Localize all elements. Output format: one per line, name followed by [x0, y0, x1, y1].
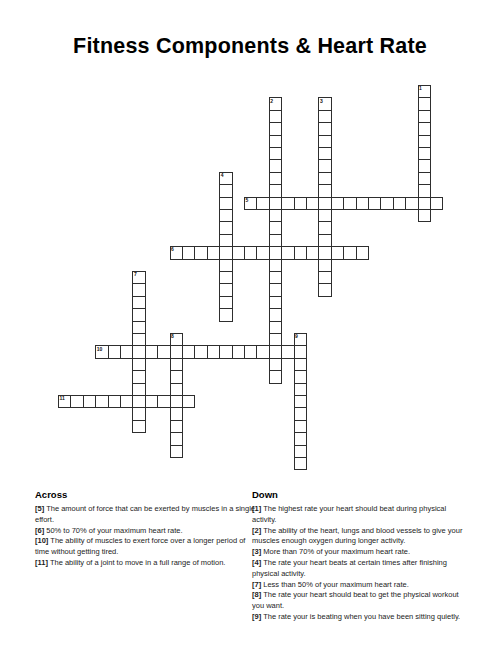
crossword-cell[interactable]: [269, 234, 282, 247]
crossword-cell[interactable]: [418, 85, 431, 98]
crossword-cell[interactable]: [194, 246, 207, 259]
crossword-cell[interactable]: [269, 122, 282, 135]
crossword-cell[interactable]: [294, 445, 307, 458]
crossword-cell[interactable]: [294, 370, 307, 383]
crossword-cell[interactable]: [318, 221, 331, 234]
crossword-cell[interactable]: [306, 197, 319, 210]
crossword-cell[interactable]: [418, 184, 431, 197]
crossword-cell[interactable]: [132, 345, 145, 358]
crossword-cell[interactable]: [244, 246, 257, 259]
crossword-cell[interactable]: [306, 246, 319, 259]
crossword-cell[interactable]: [170, 345, 183, 358]
crossword-cell[interactable]: [132, 407, 145, 420]
crossword-cell[interactable]: [294, 383, 307, 396]
crossword-cell[interactable]: [120, 345, 133, 358]
down-clues-section: Down [1] The highest rate your heart sho…: [252, 489, 470, 623]
crossword-cell[interactable]: [170, 333, 183, 346]
crossword-cell[interactable]: [318, 159, 331, 172]
crossword-cell[interactable]: [269, 221, 282, 234]
crossword-cell[interactable]: [132, 370, 145, 383]
clue-text: The rate your heart beats at certain tim…: [252, 558, 447, 578]
crossword-cell[interactable]: [269, 147, 282, 160]
crossword-cell[interactable]: [269, 333, 282, 346]
crossword-cell[interactable]: [318, 147, 331, 160]
crossword-cell[interactable]: [418, 209, 431, 222]
clue-text: 50% to 70% of your maximum heart rate.: [46, 526, 182, 535]
crossword-cell[interactable]: [157, 395, 170, 408]
crossword-cell[interactable]: [194, 345, 207, 358]
crossword-cell[interactable]: [269, 135, 282, 148]
crossword-cell[interactable]: [132, 321, 145, 334]
clue-number-label: [6]: [35, 526, 44, 535]
crossword-cell[interactable]: [70, 395, 83, 408]
crossword-cell[interactable]: [294, 246, 307, 259]
crossword-cell[interactable]: [219, 197, 232, 210]
crossword-cell[interactable]: [343, 197, 356, 210]
crossword-cell[interactable]: [232, 246, 245, 259]
crossword-cell[interactable]: [269, 370, 282, 383]
clue-number-label: [3]: [252, 547, 261, 556]
crossword-cell[interactable]: [269, 321, 282, 334]
crossword-cell[interactable]: [405, 197, 418, 210]
crossword-cell[interactable]: [269, 246, 282, 259]
crossword-cell[interactable]: [269, 97, 282, 110]
clue-down-1: [1] The highest rate your heart should b…: [252, 504, 470, 526]
clue-across-5: [5] The amount of force that can be exer…: [35, 504, 255, 526]
clue-number-label: [11]: [35, 558, 48, 567]
crossword-cell[interactable]: [294, 197, 307, 210]
crossword-cell[interactable]: [108, 345, 121, 358]
crossword-cell[interactable]: [418, 97, 431, 110]
crossword-cell[interactable]: [318, 271, 331, 284]
crossword-cell[interactable]: [132, 358, 145, 371]
crossword-cell[interactable]: [219, 184, 232, 197]
clue-across-6: [6] 50% to 70% of your maximum heart rat…: [35, 526, 255, 537]
crossword-cell[interactable]: [170, 370, 183, 383]
crossword-cell[interactable]: [182, 395, 195, 408]
clue-down-7: [7] Less than 50% of your maximum heart …: [252, 580, 470, 591]
crossword-cell[interactable]: [170, 383, 183, 396]
crossword-cell[interactable]: [318, 122, 331, 135]
crossword-cell[interactable]: [281, 345, 294, 358]
clue-number-label: [10]: [35, 536, 48, 545]
crossword-cell[interactable]: [418, 147, 431, 160]
clue-down-2: [2] The ability of the heart, lungs and …: [252, 526, 470, 548]
crossword-cell[interactable]: [170, 445, 183, 458]
crossword-cell[interactable]: [269, 358, 282, 371]
clue-down-3: [3] More than 70% of your maximum heart …: [252, 547, 470, 558]
crossword-cell[interactable]: [318, 209, 331, 222]
crossword-cell[interactable]: [244, 197, 257, 210]
crossword-cell[interactable]: [207, 345, 220, 358]
crossword-cell[interactable]: [182, 345, 195, 358]
clue-text: The ability of a joint to move in a full…: [50, 558, 226, 567]
crossword-cell[interactable]: [132, 308, 145, 321]
crossword-cell[interactable]: [430, 197, 443, 210]
clue-text: The amount of force that can be exerted …: [35, 504, 255, 524]
crossword-cell[interactable]: [256, 197, 269, 210]
crossword-cell[interactable]: [269, 296, 282, 309]
crossword-cell[interactable]: [182, 246, 195, 259]
across-header: Across: [35, 489, 255, 500]
crossword-cell[interactable]: [145, 345, 158, 358]
clue-number-label: [9]: [252, 612, 261, 621]
crossword-cell[interactable]: [356, 197, 369, 210]
crossword-cell[interactable]: [318, 259, 331, 272]
crossword-cell[interactable]: [108, 395, 121, 408]
crossword-cell[interactable]: [269, 308, 282, 321]
crossword-cell[interactable]: [269, 271, 282, 284]
crossword-cell[interactable]: [120, 395, 133, 408]
crossword-grid: 1234567891011: [58, 85, 444, 471]
crossword-cell[interactable]: [281, 197, 294, 210]
crossword-cell[interactable]: [170, 407, 183, 420]
crossword-cell[interactable]: [269, 197, 282, 210]
crossword-cell[interactable]: [318, 110, 331, 123]
crossword-cell[interactable]: [219, 221, 232, 234]
crossword-cell[interactable]: [294, 333, 307, 346]
clue-number-label: [7]: [252, 580, 261, 589]
crossword-cell[interactable]: [219, 345, 232, 358]
crossword-cell[interactable]: [318, 184, 331, 197]
crossword-cell[interactable]: [256, 345, 269, 358]
crossword-cell[interactable]: [356, 246, 369, 259]
crossword-cell[interactable]: [294, 395, 307, 408]
crossword-cell[interactable]: [170, 432, 183, 445]
crossword-cell[interactable]: [219, 246, 232, 259]
clue-text: The rate your heart should beat to get t…: [252, 590, 459, 610]
crossword-cell[interactable]: [269, 259, 282, 272]
crossword-cell[interactable]: [269, 283, 282, 296]
crossword-cell[interactable]: [244, 345, 257, 358]
crossword-cell[interactable]: [318, 234, 331, 247]
crossword-cell[interactable]: [132, 420, 145, 433]
crossword-cell[interactable]: [294, 358, 307, 371]
crossword-cell[interactable]: [269, 209, 282, 222]
crossword-cell[interactable]: [418, 110, 431, 123]
crossword-cell[interactable]: [418, 135, 431, 148]
crossword-cell[interactable]: [219, 296, 232, 309]
clue-text: Less than 50% of your maximum heart rate…: [263, 580, 409, 589]
crossword-cell[interactable]: [170, 420, 183, 433]
crossword-cell[interactable]: [219, 234, 232, 247]
crossword-cell[interactable]: [418, 159, 431, 172]
crossword-cell[interactable]: [393, 197, 406, 210]
crossword-cell[interactable]: [207, 246, 220, 259]
clue-across-11: [11] The ability of a joint to move in a…: [35, 558, 255, 569]
crossword-cell[interactable]: [380, 197, 393, 210]
clue-number-label: [1]: [252, 504, 261, 513]
crossword-cell[interactable]: [269, 345, 282, 358]
crossword-cell[interactable]: [294, 432, 307, 445]
clue-number-label: [8]: [252, 590, 261, 599]
crossword-cell[interactable]: [219, 283, 232, 296]
crossword-cell[interactable]: [170, 358, 183, 371]
crossword-cell[interactable]: [132, 296, 145, 309]
crossword-cell[interactable]: [132, 271, 145, 284]
crossword-cell[interactable]: [331, 246, 344, 259]
crossword-cell[interactable]: [219, 308, 232, 321]
across-clues-section: Across [5] The amount of force that can …: [35, 489, 255, 569]
clue-across-10: [10] The ability of muscles to exert for…: [35, 536, 255, 558]
clue-down-8: [8] The rate your heart should beat to g…: [252, 590, 470, 612]
clue-text: The ability of the heart, lungs and bloo…: [252, 526, 462, 546]
crossword-cell[interactable]: [294, 345, 307, 358]
crossword-cell[interactable]: [331, 197, 344, 210]
crossword-cell[interactable]: [219, 259, 232, 272]
crossword-cell[interactable]: [269, 172, 282, 185]
crossword-cell[interactable]: [318, 283, 331, 296]
crossword-cell[interactable]: [318, 246, 331, 259]
crossword-cell[interactable]: [219, 172, 232, 185]
clue-down-4: [4] The rate your heart beats at certain…: [252, 558, 470, 580]
crossword-cell[interactable]: [269, 159, 282, 172]
crossword-cell[interactable]: [170, 395, 183, 408]
crossword-cell[interactable]: [157, 345, 170, 358]
crossword-cell[interactable]: [58, 395, 71, 408]
crossword-cell[interactable]: [170, 246, 183, 259]
crossword-cell[interactable]: [343, 246, 356, 259]
crossword-cell[interactable]: [269, 184, 282, 197]
clue-text: The ability of muscles to exert force ov…: [35, 536, 245, 556]
crossword-cell[interactable]: [418, 172, 431, 185]
crossword-cell[interactable]: [95, 345, 108, 358]
clue-text: The rate your is beating when you have b…: [263, 612, 460, 621]
crossword-cell[interactable]: [132, 333, 145, 346]
crossword-cell[interactable]: [269, 110, 282, 123]
crossword-cell[interactable]: [318, 197, 331, 210]
down-header: Down: [252, 489, 470, 500]
clue-number-label: [2]: [252, 526, 261, 535]
crossword-cell[interactable]: [219, 271, 232, 284]
crossword-cell[interactable]: [281, 246, 294, 259]
crossword-cell[interactable]: [132, 283, 145, 296]
crossword-cell[interactable]: [418, 122, 431, 135]
crossword-cell[interactable]: [318, 172, 331, 185]
crossword-cell[interactable]: [294, 420, 307, 433]
crossword-cell[interactable]: [294, 407, 307, 420]
crossword-cell[interactable]: [132, 383, 145, 396]
crossword-cell[interactable]: [83, 395, 96, 408]
crossword-cell[interactable]: [418, 197, 431, 210]
clue-text: The highest rate your heart should beat …: [252, 504, 446, 524]
crossword-cell[interactable]: [368, 197, 381, 210]
crossword-cell[interactable]: [318, 97, 331, 110]
crossword-cell[interactable]: [256, 246, 269, 259]
crossword-cell[interactable]: [294, 457, 307, 470]
clue-text: More than 70% of your maximum heart rate…: [263, 547, 410, 556]
crossword-cell[interactable]: [232, 345, 245, 358]
crossword-cell[interactable]: [219, 209, 232, 222]
clue-down-9: [9] The rate your is beating when you ha…: [252, 612, 470, 623]
puzzle-title: Fitness Components & Heart Rate: [0, 34, 500, 59]
clue-number-label: [5]: [35, 504, 44, 513]
crossword-cell[interactable]: [95, 395, 108, 408]
crossword-cell[interactable]: [145, 395, 158, 408]
clue-number-label: [4]: [252, 558, 261, 567]
crossword-cell[interactable]: [132, 395, 145, 408]
crossword-cell[interactable]: [318, 135, 331, 148]
